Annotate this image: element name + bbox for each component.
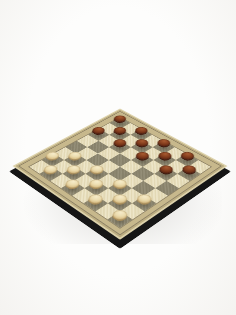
square-r2-c4[interactable] — [131, 154, 153, 167]
square-r3-c7[interactable] — [155, 181, 179, 196]
photo-background — [0, 0, 236, 315]
square-r7-c1[interactable] — [40, 167, 63, 181]
